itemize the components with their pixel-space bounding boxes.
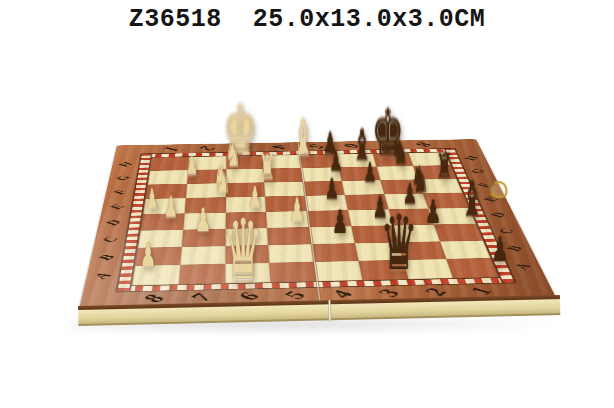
square-b1	[440, 240, 490, 259]
square-c5	[267, 227, 311, 245]
light-queen-glyph: ♛	[222, 209, 263, 292]
square-b5	[268, 244, 314, 263]
light-pawn-glyph: ♟	[164, 193, 178, 222]
light-bishop-glyph: ♝	[291, 113, 315, 162]
square-a7	[179, 264, 225, 284]
light-pawn-glyph: ♟	[186, 153, 199, 178]
dark-pawn-glyph: ♟	[425, 195, 441, 227]
dark-bishop-glyph: ♝	[460, 175, 484, 224]
square-h8	[150, 157, 189, 171]
dark-pawn-glyph: ♟	[332, 205, 348, 237]
product-title: Z36518 25.0x13.0x3.0CM	[0, 5, 614, 34]
square-b4	[312, 243, 359, 262]
square-b7	[180, 246, 225, 265]
fold-seam-front	[328, 300, 331, 322]
dark-queen-glyph: ♛	[380, 206, 418, 282]
light-pawn-glyph: ♟	[140, 238, 156, 270]
chessboard-top: 87654321 87654321 ABCDEFGH ABCDEFGH	[79, 139, 555, 308]
light-pawn-glyph: ♟	[195, 203, 211, 235]
light-pawn-glyph: ♟	[145, 186, 158, 213]
dark-pawn-glyph: ♟	[325, 175, 339, 204]
light-pawn-glyph: ♟	[289, 193, 305, 225]
square-a4	[314, 261, 362, 281]
dark-rook-glyph: ♜	[435, 149, 452, 183]
product-photo: Z36518 25.0x13.0x3.0CM 87654321 87654321…	[0, 0, 614, 408]
dark-knight-glyph: ♞	[391, 135, 408, 169]
dark-pawn-glyph: ♟	[363, 160, 376, 187]
square-a5	[270, 262, 317, 282]
dark-pawn-glyph: ♟	[491, 232, 508, 266]
light-knight-glyph: ♞	[213, 161, 231, 197]
